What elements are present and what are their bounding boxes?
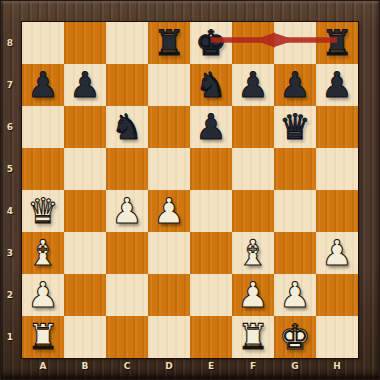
square-d4[interactable]: ♟	[148, 190, 190, 232]
piece-black-pawn[interactable]: ♟	[64, 64, 106, 106]
square-d6[interactable]	[148, 106, 190, 148]
square-e4[interactable]	[190, 190, 232, 232]
chess-board[interactable]: ♜♚♜♟♟♞♟♟♟♞♟♛♛♟♟♝♝♟♟♟♟♜♜♚	[22, 22, 358, 358]
square-g8[interactable]	[274, 22, 316, 64]
piece-white-pawn[interactable]: ♟	[232, 274, 274, 316]
square-g2[interactable]: ♟	[274, 274, 316, 316]
rank-label-7: 7	[0, 64, 20, 106]
square-b3[interactable]	[64, 232, 106, 274]
file-label-c: C	[106, 358, 148, 380]
file-label-g: G	[274, 358, 316, 380]
square-g3[interactable]	[274, 232, 316, 274]
rank-label-6: 6	[0, 106, 20, 148]
square-g5[interactable]	[274, 148, 316, 190]
file-label-d: D	[148, 358, 190, 380]
piece-white-pawn[interactable]: ♟	[22, 274, 64, 316]
square-d8[interactable]: ♜	[148, 22, 190, 64]
piece-white-bishop[interactable]: ♝	[232, 232, 274, 274]
rank-label-1: 1	[0, 316, 20, 358]
square-g6[interactable]: ♛	[274, 106, 316, 148]
square-b6[interactable]	[64, 106, 106, 148]
square-d2[interactable]	[148, 274, 190, 316]
piece-white-pawn[interactable]: ♟	[274, 274, 316, 316]
square-b2[interactable]	[64, 274, 106, 316]
square-c2[interactable]	[106, 274, 148, 316]
file-label-a: A	[22, 358, 64, 380]
file-label-f: F	[232, 358, 274, 380]
square-f7[interactable]: ♟	[232, 64, 274, 106]
square-e2[interactable]	[190, 274, 232, 316]
file-label-e: E	[190, 358, 232, 380]
square-a5[interactable]	[22, 148, 64, 190]
square-d5[interactable]	[148, 148, 190, 190]
square-f8[interactable]	[232, 22, 274, 64]
square-c3[interactable]	[106, 232, 148, 274]
piece-white-pawn[interactable]: ♟	[148, 190, 190, 232]
square-b7[interactable]: ♟	[64, 64, 106, 106]
piece-white-queen[interactable]: ♛	[22, 190, 64, 232]
square-h1[interactable]	[316, 316, 358, 358]
rank-label-5: 5	[0, 148, 20, 190]
piece-black-queen[interactable]: ♛	[274, 106, 316, 148]
piece-white-bishop[interactable]: ♝	[22, 232, 64, 274]
piece-black-pawn[interactable]: ♟	[190, 106, 232, 148]
square-a8[interactable]	[22, 22, 64, 64]
file-label-b: B	[64, 358, 106, 380]
piece-black-rook[interactable]: ♜	[316, 22, 358, 64]
square-f4[interactable]	[232, 190, 274, 232]
square-b5[interactable]	[64, 148, 106, 190]
square-a6[interactable]	[22, 106, 64, 148]
square-h3[interactable]: ♟	[316, 232, 358, 274]
square-c4[interactable]: ♟	[106, 190, 148, 232]
piece-white-pawn[interactable]: ♟	[106, 190, 148, 232]
square-e1[interactable]	[190, 316, 232, 358]
square-g1[interactable]: ♚	[274, 316, 316, 358]
square-d3[interactable]	[148, 232, 190, 274]
square-d7[interactable]	[148, 64, 190, 106]
piece-black-knight[interactable]: ♞	[190, 64, 232, 106]
square-f5[interactable]	[232, 148, 274, 190]
rank-label-2: 2	[0, 274, 20, 316]
square-a4[interactable]: ♛	[22, 190, 64, 232]
square-a3[interactable]: ♝	[22, 232, 64, 274]
square-h8[interactable]: ♜	[316, 22, 358, 64]
piece-white-king[interactable]: ♚	[274, 316, 316, 358]
square-c5[interactable]	[106, 148, 148, 190]
square-b1[interactable]	[64, 316, 106, 358]
square-b8[interactable]	[64, 22, 106, 64]
rank-label-4: 4	[0, 190, 20, 232]
piece-black-pawn[interactable]: ♟	[232, 64, 274, 106]
piece-black-knight[interactable]: ♞	[106, 106, 148, 148]
file-label-h: H	[316, 358, 358, 380]
square-d1[interactable]	[148, 316, 190, 358]
square-a7[interactable]: ♟	[22, 64, 64, 106]
square-c6[interactable]: ♞	[106, 106, 148, 148]
piece-black-rook[interactable]: ♜	[148, 22, 190, 64]
square-c8[interactable]	[106, 22, 148, 64]
square-h4[interactable]	[316, 190, 358, 232]
square-e5[interactable]	[190, 148, 232, 190]
square-f1[interactable]: ♜	[232, 316, 274, 358]
piece-white-rook[interactable]: ♜	[22, 316, 64, 358]
chess-app-window: 87654321 ♜♚♜♟♟♞♟♟♟♞♟♛♛♟♟♝♝♟♟♟♟♜♜♚ ABCDEF…	[0, 0, 380, 380]
piece-black-king[interactable]: ♚	[190, 22, 232, 64]
rank-labels-column: 87654321	[0, 22, 22, 358]
square-f2[interactable]: ♟	[232, 274, 274, 316]
file-labels-row: ABCDEFGH	[22, 358, 358, 380]
piece-black-pawn[interactable]: ♟	[274, 64, 316, 106]
square-f6[interactable]	[232, 106, 274, 148]
square-b4[interactable]	[64, 190, 106, 232]
square-f3[interactable]: ♝	[232, 232, 274, 274]
square-e8[interactable]: ♚	[190, 22, 232, 64]
rank-label-3: 3	[0, 232, 20, 274]
square-h2[interactable]	[316, 274, 358, 316]
rank-label-8: 8	[0, 22, 20, 64]
square-c1[interactable]	[106, 316, 148, 358]
square-a1[interactable]: ♜	[22, 316, 64, 358]
square-h5[interactable]	[316, 148, 358, 190]
square-a2[interactable]: ♟	[22, 274, 64, 316]
square-g7[interactable]: ♟	[274, 64, 316, 106]
square-g4[interactable]	[274, 190, 316, 232]
square-c7[interactable]	[106, 64, 148, 106]
piece-white-rook[interactable]: ♜	[232, 316, 274, 358]
square-e3[interactable]	[190, 232, 232, 274]
square-e6[interactable]: ♟	[190, 106, 232, 148]
piece-white-pawn[interactable]: ♟	[316, 232, 358, 274]
piece-black-pawn[interactable]: ♟	[316, 64, 358, 106]
square-h7[interactable]: ♟	[316, 64, 358, 106]
square-h6[interactable]	[316, 106, 358, 148]
piece-black-pawn[interactable]: ♟	[22, 64, 64, 106]
square-e7[interactable]: ♞	[190, 64, 232, 106]
